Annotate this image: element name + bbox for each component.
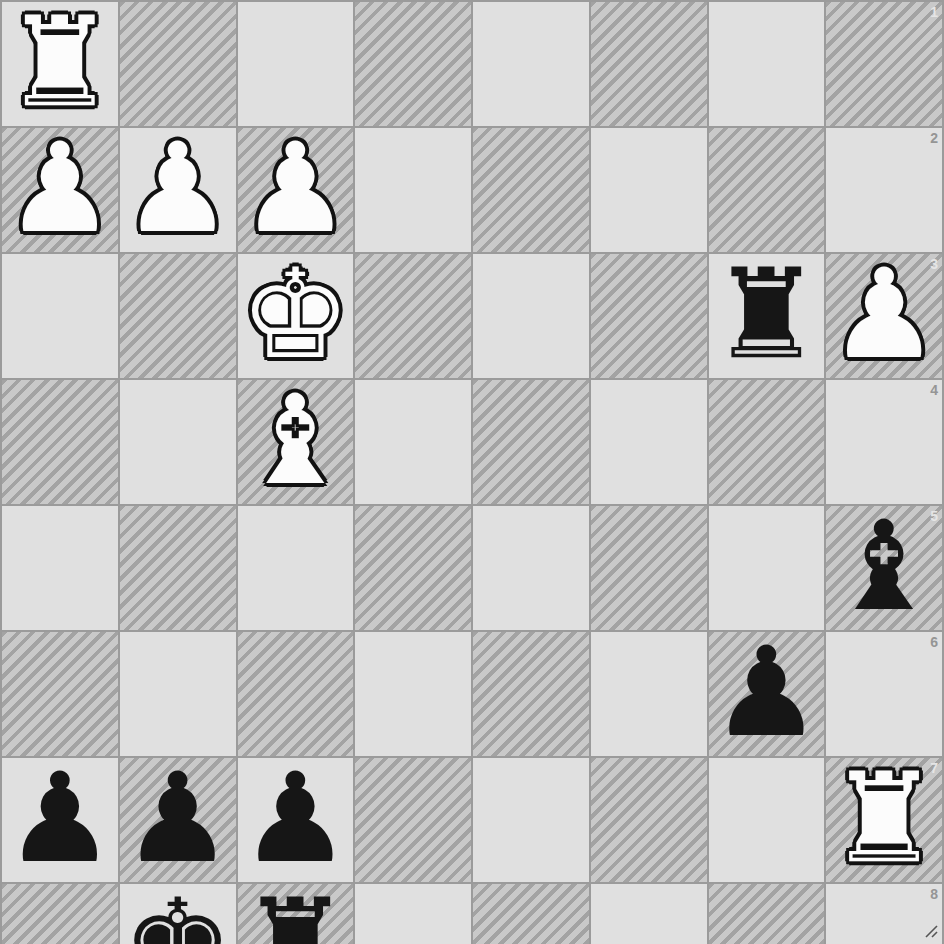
square-f6[interactable] (238, 632, 354, 756)
square-h1[interactable]: ♜ (2, 2, 118, 126)
square-g1[interactable] (120, 2, 236, 126)
square-g3[interactable] (120, 254, 236, 378)
square-g2[interactable]: ♟ (120, 128, 236, 252)
square-h5[interactable] (2, 506, 118, 630)
square-c4[interactable] (591, 380, 707, 504)
square-a4[interactable]: 4 (826, 380, 942, 504)
white-bishop-f4[interactable]: ♝ (240, 378, 351, 502)
square-a7[interactable]: ♜7 (826, 758, 942, 882)
square-b8[interactable]: b (709, 884, 825, 944)
square-h7[interactable]: ♟ (2, 758, 118, 882)
white-pawn-f2[interactable]: ♟ (240, 126, 351, 250)
black-pawn-h7[interactable]: ♟ (4, 756, 115, 880)
black-rook-f8[interactable]: ♜ (240, 882, 351, 944)
square-a2[interactable]: 2 (826, 128, 942, 252)
square-f5[interactable] (238, 506, 354, 630)
square-c1[interactable] (591, 2, 707, 126)
black-bishop-a5[interactable]: ♝ (829, 504, 940, 628)
black-pawn-f7[interactable]: ♟ (240, 756, 351, 880)
rank-label-6: 6 (930, 635, 938, 649)
white-pawn-a3[interactable]: ♟ (829, 252, 940, 376)
square-h2[interactable]: ♟ (2, 128, 118, 252)
white-pawn-h2[interactable]: ♟ (4, 126, 115, 250)
rank-label-8: 8 (930, 887, 938, 901)
square-c7[interactable] (591, 758, 707, 882)
square-b1[interactable] (709, 2, 825, 126)
square-c8[interactable]: c (591, 884, 707, 944)
square-b7[interactable] (709, 758, 825, 882)
square-a5[interactable]: ♝5 (826, 506, 942, 630)
square-f4[interactable]: ♝ (238, 380, 354, 504)
chess-board: ♜1♟♟♟2♚♜♟3♝4♝5♟6♟♟♟♜7h♚g♜fedcba8 (0, 0, 944, 944)
square-d5[interactable] (473, 506, 589, 630)
square-e6[interactable] (355, 632, 471, 756)
square-c3[interactable] (591, 254, 707, 378)
square-a3[interactable]: ♟3 (826, 254, 942, 378)
black-king-g8[interactable]: ♚ (122, 882, 233, 944)
black-pawn-b6[interactable]: ♟ (711, 630, 822, 754)
white-pawn-g2[interactable]: ♟ (122, 126, 233, 250)
square-f2[interactable]: ♟ (238, 128, 354, 252)
square-d6[interactable] (473, 632, 589, 756)
square-d8[interactable]: d (473, 884, 589, 944)
square-f3[interactable]: ♚ (238, 254, 354, 378)
square-d7[interactable] (473, 758, 589, 882)
square-d2[interactable] (473, 128, 589, 252)
board-grid: ♜1♟♟♟2♚♜♟3♝4♝5♟6♟♟♟♜7h♚g♜fedcba8 (2, 2, 942, 942)
square-b6[interactable]: ♟ (709, 632, 825, 756)
square-e3[interactable] (355, 254, 471, 378)
black-pawn-g7[interactable]: ♟ (122, 756, 233, 880)
square-a6[interactable]: 6 (826, 632, 942, 756)
square-c6[interactable] (591, 632, 707, 756)
square-c2[interactable] (591, 128, 707, 252)
square-e7[interactable] (355, 758, 471, 882)
rank-label-4: 4 (930, 383, 938, 397)
square-g7[interactable]: ♟ (120, 758, 236, 882)
square-f8[interactable]: ♜f (238, 884, 354, 944)
square-e2[interactable] (355, 128, 471, 252)
square-f1[interactable] (238, 2, 354, 126)
square-a1[interactable]: 1 (826, 2, 942, 126)
white-rook-a7[interactable]: ♜ (829, 756, 940, 880)
square-b5[interactable] (709, 506, 825, 630)
square-d1[interactable] (473, 2, 589, 126)
square-d3[interactable] (473, 254, 589, 378)
white-rook-h1[interactable]: ♜ (4, 0, 115, 124)
square-b3[interactable]: ♜ (709, 254, 825, 378)
board-resize-handle-icon[interactable] (923, 923, 939, 939)
square-f7[interactable]: ♟ (238, 758, 354, 882)
black-rook-b3[interactable]: ♜ (711, 252, 822, 376)
square-h8[interactable]: h (2, 884, 118, 944)
square-e1[interactable] (355, 2, 471, 126)
square-e4[interactable] (355, 380, 471, 504)
square-g8[interactable]: ♚g (120, 884, 236, 944)
square-e5[interactable] (355, 506, 471, 630)
square-b2[interactable] (709, 128, 825, 252)
square-d4[interactable] (473, 380, 589, 504)
square-g5[interactable] (120, 506, 236, 630)
square-c5[interactable] (591, 506, 707, 630)
rank-label-2: 2 (930, 131, 938, 145)
square-h6[interactable] (2, 632, 118, 756)
square-g6[interactable] (120, 632, 236, 756)
square-h3[interactable] (2, 254, 118, 378)
square-e8[interactable]: e (355, 884, 471, 944)
rank-label-1: 1 (930, 5, 938, 19)
square-b4[interactable] (709, 380, 825, 504)
square-g4[interactable] (120, 380, 236, 504)
white-king-f3[interactable]: ♚ (240, 252, 351, 376)
square-h4[interactable] (2, 380, 118, 504)
